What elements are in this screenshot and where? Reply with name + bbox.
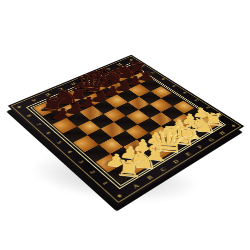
- chess-board: ♜♞♝♛♚♝♞♜♟♟♟♟♟♟♟♟♟♟♟♟♟♟♟♟♜♞♝♛♚♝♞♜ AABBCCD…: [8, 55, 245, 206]
- board-tilt-wrapper: ♜♞♝♛♚♝♞♜♟♟♟♟♟♟♟♟♟♟♟♟♟♟♟♟♜♞♝♛♚♝♞♜ AABBCCD…: [0, 0, 250, 250]
- white-rook: ♜: [114, 157, 144, 180]
- product-photo-scene: ♜♞♝♛♚♝♞♜♟♟♟♟♟♟♟♟♟♟♟♟♟♟♟♟♜♞♝♛♚♝♞♜ AABBCCD…: [0, 0, 250, 250]
